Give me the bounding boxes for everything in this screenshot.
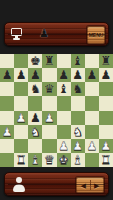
piece-black-king[interactable]: ♚ — [30, 55, 41, 67]
square-d2[interactable] — [42, 139, 56, 153]
piece-black-pawn[interactable]: ♟ — [86, 69, 97, 81]
square-b3[interactable] — [14, 125, 28, 139]
square-e4[interactable] — [57, 111, 71, 125]
square-b1[interactable]: ♜ — [14, 153, 28, 167]
square-h2[interactable]: ♟ — [99, 139, 113, 153]
square-h8[interactable]: ♜ — [99, 54, 113, 68]
chess-board: ♚♜♝♜♟♟♟♟♟♟♟♞♛♝♞♟♟♟♟♞♞♟♟♟♟♜♝♛♚♝♜ — [0, 54, 113, 167]
square-h3[interactable] — [99, 125, 113, 139]
square-g8[interactable] — [85, 54, 99, 68]
square-f8[interactable]: ♝ — [71, 54, 85, 68]
piece-white-pawn[interactable]: ♟ — [16, 112, 27, 124]
piece-white-bishop[interactable]: ♝ — [72, 154, 83, 166]
square-e2[interactable]: ♟ — [57, 139, 71, 153]
bottom-bar-player: ◀ ▶ — [4, 172, 109, 196]
square-d3[interactable] — [42, 125, 56, 139]
piece-white-bishop[interactable]: ♝ — [30, 154, 41, 166]
square-a6[interactable] — [0, 82, 14, 96]
square-h1[interactable]: ♜ — [99, 153, 113, 167]
square-e1[interactable]: ♚ — [57, 153, 71, 167]
piece-white-pawn[interactable]: ♟ — [101, 140, 112, 152]
menu-button[interactable]: MENU — [87, 26, 105, 44]
piece-black-bishop[interactable]: ♝ — [58, 83, 69, 95]
piece-white-pawn[interactable]: ♟ — [58, 140, 69, 152]
player-person-icon — [12, 177, 25, 192]
piece-black-queen[interactable]: ♛ — [44, 83, 55, 95]
piece-white-pawn[interactable]: ♟ — [44, 112, 55, 124]
square-h5[interactable] — [99, 96, 113, 110]
square-g2[interactable]: ♟ — [85, 139, 99, 153]
piece-black-rook[interactable]: ♜ — [101, 55, 112, 67]
square-f5[interactable] — [71, 96, 85, 110]
piece-black-pawn[interactable]: ♟ — [58, 69, 69, 81]
square-a1[interactable] — [0, 153, 14, 167]
piece-black-pawn[interactable]: ♟ — [2, 69, 13, 81]
square-d5[interactable] — [42, 96, 56, 110]
piece-white-rook[interactable]: ♜ — [101, 154, 112, 166]
square-b8[interactable] — [14, 54, 28, 68]
square-a3[interactable]: ♟ — [0, 125, 14, 139]
square-c2[interactable] — [28, 139, 42, 153]
square-e8[interactable] — [57, 54, 71, 68]
square-b2[interactable] — [14, 139, 28, 153]
square-d6[interactable]: ♛ — [42, 82, 56, 96]
menu-button-label: MENU — [89, 32, 104, 38]
piece-black-knight[interactable]: ♞ — [30, 83, 41, 95]
square-e7[interactable]: ♟ — [57, 68, 71, 82]
undo-button[interactable]: ◀ — [77, 178, 90, 192]
square-c7[interactable]: ♟ — [28, 68, 42, 82]
square-c4[interactable]: ♟ — [28, 111, 42, 125]
piece-white-queen[interactable]: ♛ — [44, 154, 55, 166]
square-f1[interactable]: ♝ — [71, 153, 85, 167]
square-h7[interactable]: ♟ — [99, 68, 113, 82]
square-d4[interactable]: ♟ — [42, 111, 56, 125]
square-e5[interactable] — [57, 96, 71, 110]
square-f4[interactable] — [71, 111, 85, 125]
square-f6[interactable]: ♞ — [71, 82, 85, 96]
square-g6[interactable] — [85, 82, 99, 96]
square-f2[interactable]: ♟ — [71, 139, 85, 153]
square-a5[interactable] — [0, 96, 14, 110]
square-a2[interactable] — [0, 139, 14, 153]
square-b7[interactable]: ♟ — [14, 68, 28, 82]
piece-white-rook[interactable]: ♜ — [16, 154, 27, 166]
square-d1[interactable]: ♛ — [42, 153, 56, 167]
piece-black-bishop[interactable]: ♝ — [72, 55, 83, 67]
square-g4[interactable] — [85, 111, 99, 125]
square-g3[interactable] — [85, 125, 99, 139]
square-b6[interactable] — [14, 82, 28, 96]
app-screen: ♟ MENU ♚♜♝♜♟♟♟♟♟♟♟♞♛♝♞♟♟♟♟♞♞♟♟♟♟♜♝♛♚♝♜ ◀… — [0, 0, 113, 200]
square-a4[interactable] — [0, 111, 14, 125]
square-d7[interactable] — [42, 68, 56, 82]
square-d8[interactable]: ♜ — [42, 54, 56, 68]
square-f7[interactable]: ♟ — [71, 68, 85, 82]
piece-black-pawn[interactable]: ♟ — [30, 112, 41, 124]
piece-white-pawn[interactable]: ♟ — [86, 140, 97, 152]
piece-black-rook[interactable]: ♜ — [44, 55, 55, 67]
piece-white-pawn[interactable]: ♟ — [72, 140, 83, 152]
piece-black-pawn[interactable]: ♟ — [101, 69, 112, 81]
redo-button[interactable]: ▶ — [91, 178, 104, 192]
square-c1[interactable]: ♝ — [28, 153, 42, 167]
square-c3[interactable]: ♞ — [28, 125, 42, 139]
square-g1[interactable] — [85, 153, 99, 167]
square-c8[interactable]: ♚ — [28, 54, 42, 68]
square-a7[interactable]: ♟ — [0, 68, 14, 82]
square-c5[interactable] — [28, 96, 42, 110]
square-e6[interactable]: ♝ — [57, 82, 71, 96]
square-h4[interactable] — [99, 111, 113, 125]
square-f3[interactable]: ♞ — [71, 125, 85, 139]
square-b5[interactable] — [14, 96, 28, 110]
piece-white-king[interactable]: ♚ — [58, 154, 69, 166]
piece-black-pawn[interactable]: ♟ — [72, 69, 83, 81]
square-g5[interactable] — [85, 96, 99, 110]
piece-black-pawn[interactable]: ♟ — [30, 69, 41, 81]
square-e3[interactable] — [57, 125, 71, 139]
square-g7[interactable]: ♟ — [85, 68, 99, 82]
piece-black-pawn[interactable]: ♟ — [16, 69, 27, 81]
piece-white-knight[interactable]: ♞ — [30, 126, 41, 138]
top-bar-opponent: ♟ MENU — [4, 22, 109, 46]
piece-white-knight[interactable]: ♞ — [72, 126, 83, 138]
opponent-black-pawn-icon: ♟ — [39, 27, 49, 41]
piece-black-knight[interactable]: ♞ — [72, 83, 83, 95]
square-a8[interactable] — [0, 54, 14, 68]
piece-white-pawn[interactable]: ♟ — [2, 126, 13, 138]
square-c6[interactable]: ♞ — [28, 82, 42, 96]
square-b4[interactable]: ♟ — [14, 111, 28, 125]
move-nav-plate: ◀ ▶ — [76, 177, 104, 193]
computer-icon — [11, 27, 25, 41]
square-h6[interactable] — [99, 82, 113, 96]
